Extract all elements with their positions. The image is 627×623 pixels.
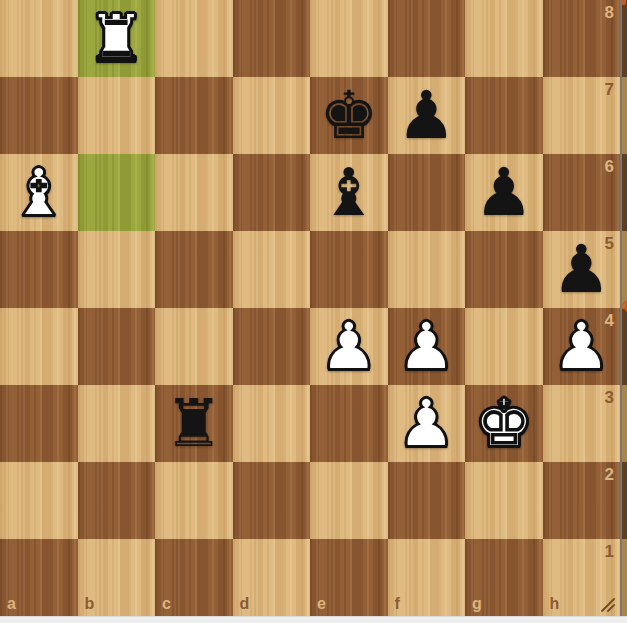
rank-label-6: 6: [605, 157, 614, 177]
file-label-e: e: [317, 595, 326, 613]
square-c5[interactable]: [155, 231, 233, 308]
square-h8[interactable]: 8: [543, 0, 621, 77]
square-b3[interactable]: [78, 385, 156, 462]
square-c3[interactable]: ♜: [155, 385, 233, 462]
white-king-g3[interactable]: ♚: [465, 385, 543, 462]
file-label-c: c: [162, 595, 171, 613]
square-g6[interactable]: ♟: [465, 154, 543, 231]
square-g1[interactable]: g: [465, 539, 543, 616]
page: ♜8♚♟7♝♝♟65♟♟♟4♟♜♟♚32abcdefg1h 4: [0, 0, 627, 623]
white-pawn-f3[interactable]: ♟: [388, 385, 466, 462]
edge-strip-row: [622, 77, 627, 154]
black-bishop-e6[interactable]: ♝: [310, 154, 388, 231]
square-h1[interactable]: 1h: [543, 539, 621, 616]
edge-strip-row: [622, 0, 627, 77]
file-label-g: g: [472, 595, 482, 613]
rank-label-7: 7: [605, 80, 614, 100]
square-h4[interactable]: 4♟: [543, 308, 621, 385]
square-a2[interactable]: [0, 462, 78, 539]
square-b5[interactable]: [78, 231, 156, 308]
file-label-h: h: [550, 595, 560, 613]
square-c8[interactable]: [155, 0, 233, 77]
square-b8[interactable]: ♜: [78, 0, 156, 77]
square-f3[interactable]: ♟: [388, 385, 466, 462]
square-e4[interactable]: ♟: [310, 308, 388, 385]
square-g4[interactable]: [465, 308, 543, 385]
square-b7[interactable]: [78, 77, 156, 154]
square-d4[interactable]: [233, 308, 311, 385]
square-a4[interactable]: [0, 308, 78, 385]
square-d5[interactable]: [233, 231, 311, 308]
square-a8[interactable]: [0, 0, 78, 77]
square-e1[interactable]: e: [310, 539, 388, 616]
square-g5[interactable]: [465, 231, 543, 308]
edge-strip-row: [622, 154, 627, 231]
black-pawn-g6[interactable]: ♟: [465, 154, 543, 231]
square-a5[interactable]: [0, 231, 78, 308]
square-h2[interactable]: 2: [543, 462, 621, 539]
board-right-edge-strip: 4: [620, 0, 627, 616]
white-bishop-a6[interactable]: ♝: [0, 154, 78, 231]
square-b6[interactable]: [78, 154, 156, 231]
edge-strip-row: [622, 385, 627, 462]
square-a7[interactable]: [0, 77, 78, 154]
edge-strip-row: [622, 539, 627, 616]
square-c7[interactable]: [155, 77, 233, 154]
file-label-b: b: [85, 595, 95, 613]
square-d8[interactable]: [233, 0, 311, 77]
square-c4[interactable]: [155, 308, 233, 385]
square-h3[interactable]: 3: [543, 385, 621, 462]
rank-label-1: 1: [605, 542, 614, 562]
square-h7[interactable]: 7: [543, 77, 621, 154]
square-e6[interactable]: ♝: [310, 154, 388, 231]
square-f7[interactable]: ♟: [388, 77, 466, 154]
rank-label-2: 2: [605, 465, 614, 485]
square-d1[interactable]: d: [233, 539, 311, 616]
edge-strip-row: [622, 308, 627, 385]
square-d7[interactable]: [233, 77, 311, 154]
square-d6[interactable]: [233, 154, 311, 231]
square-a6[interactable]: ♝: [0, 154, 78, 231]
black-pawn-f7[interactable]: ♟: [388, 77, 466, 154]
square-c1[interactable]: c: [155, 539, 233, 616]
square-d3[interactable]: [233, 385, 311, 462]
rank-label-3: 3: [605, 388, 614, 408]
square-e5[interactable]: [310, 231, 388, 308]
white-rook-b8[interactable]: ♜: [78, 0, 156, 77]
square-h6[interactable]: 6: [543, 154, 621, 231]
rank-label-8: 8: [605, 3, 614, 23]
square-g2[interactable]: [465, 462, 543, 539]
white-pawn-e4[interactable]: ♟: [310, 308, 388, 385]
edge-strip-row: [622, 462, 627, 539]
file-label-a: a: [7, 595, 16, 613]
square-e2[interactable]: [310, 462, 388, 539]
square-f1[interactable]: f: [388, 539, 466, 616]
black-pawn-h5[interactable]: ♟: [543, 231, 621, 308]
board-resize-handle-icon[interactable]: [600, 598, 616, 612]
square-f4[interactable]: ♟: [388, 308, 466, 385]
square-b1[interactable]: b: [78, 539, 156, 616]
square-f2[interactable]: [388, 462, 466, 539]
chess-board: ♜8♚♟7♝♝♟65♟♟♟4♟♜♟♚32abcdefg1h: [0, 0, 620, 616]
edge-artifact-mark: [621, 0, 626, 5]
square-g7[interactable]: [465, 77, 543, 154]
square-f5[interactable]: [388, 231, 466, 308]
square-h5[interactable]: 5♟: [543, 231, 621, 308]
page-background-strip: [0, 616, 627, 623]
square-f6[interactable]: [388, 154, 466, 231]
square-b2[interactable]: [78, 462, 156, 539]
white-pawn-f4[interactable]: ♟: [388, 308, 466, 385]
square-a3[interactable]: [0, 385, 78, 462]
file-label-d: d: [240, 595, 250, 613]
square-e3[interactable]: [310, 385, 388, 462]
square-c6[interactable]: [155, 154, 233, 231]
square-f8[interactable]: [388, 0, 466, 77]
square-g8[interactable]: [465, 0, 543, 77]
square-b4[interactable]: [78, 308, 156, 385]
square-a1[interactable]: a: [0, 539, 78, 616]
square-c2[interactable]: [155, 462, 233, 539]
square-d2[interactable]: [233, 462, 311, 539]
square-g3[interactable]: ♚: [465, 385, 543, 462]
square-e7[interactable]: ♚: [310, 77, 388, 154]
file-label-f: f: [395, 595, 400, 613]
black-king-e7[interactable]: ♚: [310, 77, 388, 154]
white-pawn-h4[interactable]: ♟: [543, 308, 621, 385]
square-e8[interactable]: [310, 0, 388, 77]
edge-artifact-clipped-digit: 4: [620, 297, 627, 315]
black-rook-c3[interactable]: ♜: [155, 385, 233, 462]
